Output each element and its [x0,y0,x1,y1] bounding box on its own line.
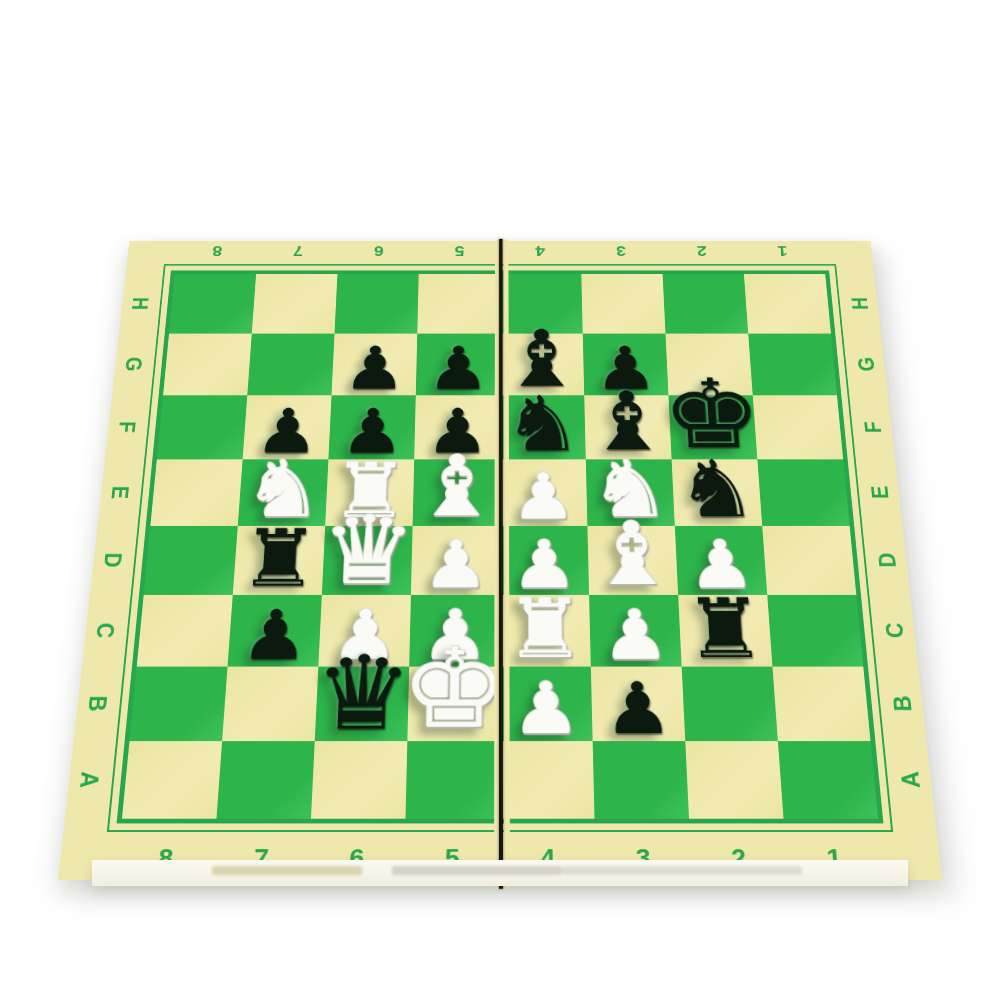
square-e5[interactable]: ♝ [413,459,500,525]
square-b7[interactable] [222,667,318,742]
square-b6[interactable]: ♛ [315,667,409,742]
piece-black-pawn-c7[interactable]: ♟ [239,602,310,670]
board-frame: 87654321 87654321 HGFEDCBA HGFEDCBA ♟♟♝♟… [58,241,942,880]
square-c1[interactable] [767,595,863,667]
square-g1[interactable] [748,334,837,396]
piece-black-knight-f4[interactable]: ♞ [503,386,583,462]
square-b4[interactable]: ♟ [500,667,593,742]
square-a5[interactable] [405,741,500,819]
square-f4[interactable]: ♞ [500,395,586,459]
square-g8[interactable] [163,334,252,396]
square-c2[interactable]: ♜ [678,595,772,667]
square-a6[interactable] [311,741,407,819]
square-e8[interactable] [150,459,242,525]
board-fold-seam [499,239,503,889]
square-c8[interactable] [137,595,233,667]
square-g5[interactable]: ♟ [416,334,500,396]
square-a7[interactable] [216,741,314,819]
product-photo-scene: 87654321 87654321 HGFEDCBA HGFEDCBA ♟♟♝♟… [0,0,1000,1000]
piece-black-rook-d7[interactable]: ♜ [237,519,321,598]
square-c7[interactable]: ♟ [228,595,322,667]
piece-black-knight-e2[interactable]: ♞ [674,450,760,529]
square-h8[interactable] [169,274,256,334]
square-d8[interactable] [144,526,238,595]
label-smudge [392,866,562,875]
piece-black-pawn-b3[interactable]: ♟ [602,674,673,745]
piece-white-pawn-b4[interactable]: ♟ [512,674,581,745]
square-e2[interactable]: ♞ [672,459,763,525]
piece-black-pawn-g5[interactable]: ♟ [426,339,489,398]
square-h1[interactable] [744,274,831,334]
rank-label-top-5: 5 [419,243,500,260]
piece-black-rook-c2[interactable]: ♜ [682,588,768,670]
piece-white-pawn-c3[interactable]: ♟ [601,602,671,670]
rank-label-top-3: 3 [581,243,662,260]
piece-white-bishop-e5[interactable]: ♝ [413,445,500,529]
rank-label-top-6: 6 [338,243,419,260]
square-d1[interactable] [762,526,856,595]
square-c3[interactable]: ♟ [589,595,682,667]
square-b8[interactable] [129,667,227,742]
square-a3[interactable] [593,741,689,819]
rank-label-top-1: 1 [742,243,824,260]
piece-white-pawn-e4[interactable]: ♟ [511,466,577,529]
square-h5[interactable] [417,274,500,334]
square-c4[interactable]: ♜ [500,595,591,667]
piece-black-pawn-g6[interactable]: ♟ [342,339,407,398]
square-g7[interactable] [247,334,334,396]
piece-white-bishop-d3[interactable]: ♝ [587,511,677,598]
piece-black-queen-b6[interactable]: ♛ [311,642,414,744]
piece-white-rook-c4[interactable]: ♜ [505,588,587,670]
piece-white-queen-d6[interactable]: ♛ [318,503,417,598]
square-f1[interactable] [753,395,843,459]
square-b3[interactable]: ♟ [591,667,685,742]
square-g6[interactable]: ♟ [332,334,418,396]
square-h6[interactable] [335,274,419,334]
square-b1[interactable] [772,667,870,742]
rank-label-top-4: 4 [500,243,581,260]
square-f8[interactable] [157,395,247,459]
piece-white-king-b5[interactable]: ♚ [399,634,508,745]
square-d3[interactable]: ♝ [587,526,678,595]
rank-label-top-7: 7 [257,243,339,260]
rank-label-top-2: 2 [661,243,743,260]
square-h3[interactable] [581,274,665,334]
square-e1[interactable] [757,459,849,525]
board-side-edge [92,860,908,886]
square-b5[interactable]: ♚ [407,667,500,742]
label-smudge [212,866,362,875]
square-e4[interactable]: ♟ [500,459,587,525]
square-a1[interactable] [778,741,878,819]
rank-label-top-8: 8 [176,243,258,260]
piece-white-pawn-d5[interactable]: ♟ [422,532,489,598]
square-d5[interactable]: ♟ [411,526,500,595]
square-d7[interactable]: ♜ [233,526,325,595]
label-smudge [562,866,802,875]
square-b2[interactable] [682,667,778,742]
square-a4[interactable] [500,741,595,819]
square-h2[interactable] [663,274,749,334]
chess-board: 87654321 87654321 HGFEDCBA HGFEDCBA ♟♟♝♟… [58,241,942,880]
square-a8[interactable] [122,741,222,819]
square-d6[interactable]: ♛ [322,526,413,595]
square-h7[interactable] [252,274,338,334]
square-a2[interactable] [685,741,783,819]
